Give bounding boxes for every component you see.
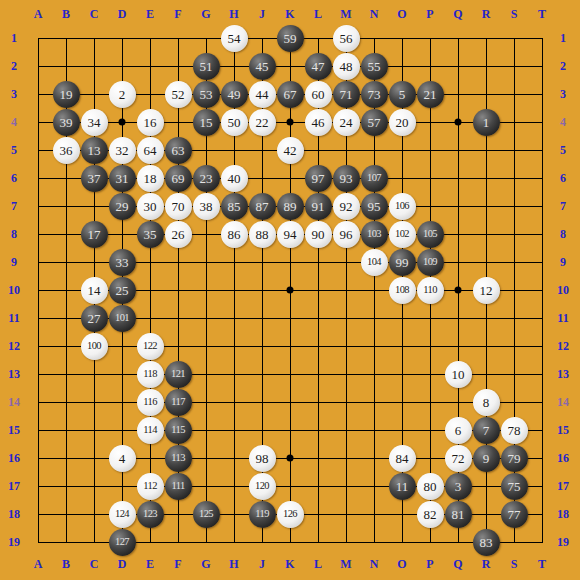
- intersection-M7[interactable]: 92: [332, 192, 360, 220]
- intersection-R2[interactable]: [472, 52, 500, 80]
- intersection-N5[interactable]: [360, 136, 388, 164]
- intersection-G2[interactable]: 51: [192, 52, 220, 80]
- intersection-M17[interactable]: [332, 472, 360, 500]
- intersection-E16[interactable]: [136, 444, 164, 472]
- intersection-C6[interactable]: 37: [80, 164, 108, 192]
- intersection-R9[interactable]: [472, 248, 500, 276]
- intersection-G15[interactable]: [192, 416, 220, 444]
- intersection-P2[interactable]: [416, 52, 444, 80]
- intersection-R14[interactable]: 8: [472, 388, 500, 416]
- intersection-K4[interactable]: [276, 108, 304, 136]
- intersection-O2[interactable]: [388, 52, 416, 80]
- intersection-R6[interactable]: [472, 164, 500, 192]
- intersection-D15[interactable]: [108, 416, 136, 444]
- intersection-O13[interactable]: [388, 360, 416, 388]
- intersection-C1[interactable]: [80, 24, 108, 52]
- intersection-T8[interactable]: [528, 220, 556, 248]
- intersection-M6[interactable]: 93: [332, 164, 360, 192]
- intersection-P8[interactable]: 105: [416, 220, 444, 248]
- intersection-K3[interactable]: 67: [276, 80, 304, 108]
- intersection-G13[interactable]: [192, 360, 220, 388]
- intersection-S19[interactable]: [500, 528, 528, 556]
- intersection-A16[interactable]: [24, 444, 52, 472]
- intersection-L14[interactable]: [304, 388, 332, 416]
- intersection-E8[interactable]: 35: [136, 220, 164, 248]
- intersection-P1[interactable]: [416, 24, 444, 52]
- intersection-E17[interactable]: 112: [136, 472, 164, 500]
- intersection-T10[interactable]: [528, 276, 556, 304]
- intersection-P15[interactable]: [416, 416, 444, 444]
- intersection-R7[interactable]: [472, 192, 500, 220]
- intersection-J13[interactable]: [248, 360, 276, 388]
- intersection-K10[interactable]: [276, 276, 304, 304]
- intersection-T5[interactable]: [528, 136, 556, 164]
- intersection-Q1[interactable]: [444, 24, 472, 52]
- intersection-P5[interactable]: [416, 136, 444, 164]
- intersection-S6[interactable]: [500, 164, 528, 192]
- intersection-C14[interactable]: [80, 388, 108, 416]
- intersection-T17[interactable]: [528, 472, 556, 500]
- intersection-T19[interactable]: [528, 528, 556, 556]
- intersection-O9[interactable]: 99: [388, 248, 416, 276]
- intersection-L6[interactable]: 97: [304, 164, 332, 192]
- intersection-A8[interactable]: [24, 220, 52, 248]
- intersection-M2[interactable]: 48: [332, 52, 360, 80]
- intersection-P4[interactable]: [416, 108, 444, 136]
- intersection-Q2[interactable]: [444, 52, 472, 80]
- intersection-D8[interactable]: [108, 220, 136, 248]
- intersection-M15[interactable]: [332, 416, 360, 444]
- intersection-G9[interactable]: [192, 248, 220, 276]
- intersection-Q5[interactable]: [444, 136, 472, 164]
- intersection-A10[interactable]: [24, 276, 52, 304]
- intersection-K2[interactable]: [276, 52, 304, 80]
- intersection-O7[interactable]: 106: [388, 192, 416, 220]
- intersection-S5[interactable]: [500, 136, 528, 164]
- intersection-Q18[interactable]: 81: [444, 500, 472, 528]
- intersection-H3[interactable]: 49: [220, 80, 248, 108]
- intersection-K18[interactable]: 126: [276, 500, 304, 528]
- intersection-B14[interactable]: [52, 388, 80, 416]
- intersection-B3[interactable]: 19: [52, 80, 80, 108]
- intersection-H8[interactable]: 86: [220, 220, 248, 248]
- intersection-N19[interactable]: [360, 528, 388, 556]
- intersection-N18[interactable]: [360, 500, 388, 528]
- intersection-N12[interactable]: [360, 332, 388, 360]
- intersection-F5[interactable]: 63: [164, 136, 192, 164]
- intersection-P18[interactable]: 82: [416, 500, 444, 528]
- intersection-C16[interactable]: [80, 444, 108, 472]
- intersection-P19[interactable]: [416, 528, 444, 556]
- intersection-L8[interactable]: 90: [304, 220, 332, 248]
- intersection-N13[interactable]: [360, 360, 388, 388]
- intersection-N2[interactable]: 55: [360, 52, 388, 80]
- intersection-G6[interactable]: 23: [192, 164, 220, 192]
- intersection-M3[interactable]: 71: [332, 80, 360, 108]
- intersection-M18[interactable]: [332, 500, 360, 528]
- intersection-T1[interactable]: [528, 24, 556, 52]
- intersection-B9[interactable]: [52, 248, 80, 276]
- intersection-M4[interactable]: 24: [332, 108, 360, 136]
- intersection-K13[interactable]: [276, 360, 304, 388]
- intersection-S2[interactable]: [500, 52, 528, 80]
- intersection-L5[interactable]: [304, 136, 332, 164]
- intersection-L9[interactable]: [304, 248, 332, 276]
- intersection-N6[interactable]: 107: [360, 164, 388, 192]
- intersection-P16[interactable]: [416, 444, 444, 472]
- intersection-A18[interactable]: [24, 500, 52, 528]
- intersection-K14[interactable]: [276, 388, 304, 416]
- intersection-E1[interactable]: [136, 24, 164, 52]
- intersection-S8[interactable]: [500, 220, 528, 248]
- intersection-S13[interactable]: [500, 360, 528, 388]
- intersection-Q3[interactable]: [444, 80, 472, 108]
- intersection-B17[interactable]: [52, 472, 80, 500]
- intersection-R18[interactable]: [472, 500, 500, 528]
- intersection-K12[interactable]: [276, 332, 304, 360]
- intersection-R10[interactable]: 12: [472, 276, 500, 304]
- intersection-M13[interactable]: [332, 360, 360, 388]
- intersection-G10[interactable]: [192, 276, 220, 304]
- intersection-S1[interactable]: [500, 24, 528, 52]
- intersection-Q6[interactable]: [444, 164, 472, 192]
- intersection-R5[interactable]: [472, 136, 500, 164]
- intersection-K8[interactable]: 94: [276, 220, 304, 248]
- intersection-R17[interactable]: [472, 472, 500, 500]
- intersection-P3[interactable]: 21: [416, 80, 444, 108]
- intersection-G5[interactable]: [192, 136, 220, 164]
- intersection-L15[interactable]: [304, 416, 332, 444]
- intersection-J1[interactable]: [248, 24, 276, 52]
- intersection-Q16[interactable]: 72: [444, 444, 472, 472]
- intersection-F9[interactable]: [164, 248, 192, 276]
- intersection-A13[interactable]: [24, 360, 52, 388]
- intersection-F3[interactable]: 52: [164, 80, 192, 108]
- intersection-E6[interactable]: 18: [136, 164, 164, 192]
- intersection-O17[interactable]: 11: [388, 472, 416, 500]
- intersection-C11[interactable]: 27: [80, 304, 108, 332]
- intersection-B15[interactable]: [52, 416, 80, 444]
- intersection-T2[interactable]: [528, 52, 556, 80]
- intersection-N4[interactable]: 57: [360, 108, 388, 136]
- intersection-D10[interactable]: 25: [108, 276, 136, 304]
- intersection-L13[interactable]: [304, 360, 332, 388]
- intersection-J12[interactable]: [248, 332, 276, 360]
- intersection-L16[interactable]: [304, 444, 332, 472]
- intersection-D13[interactable]: [108, 360, 136, 388]
- intersection-G1[interactable]: [192, 24, 220, 52]
- intersection-O3[interactable]: 5: [388, 80, 416, 108]
- intersection-A11[interactable]: [24, 304, 52, 332]
- intersection-P13[interactable]: [416, 360, 444, 388]
- intersection-B5[interactable]: 36: [52, 136, 80, 164]
- intersection-A2[interactable]: [24, 52, 52, 80]
- intersection-Q12[interactable]: [444, 332, 472, 360]
- intersection-D7[interactable]: 29: [108, 192, 136, 220]
- intersection-H9[interactable]: [220, 248, 248, 276]
- intersection-A3[interactable]: [24, 80, 52, 108]
- intersection-T13[interactable]: [528, 360, 556, 388]
- intersection-S16[interactable]: 79: [500, 444, 528, 472]
- intersection-N7[interactable]: 95: [360, 192, 388, 220]
- intersection-L10[interactable]: [304, 276, 332, 304]
- intersection-F11[interactable]: [164, 304, 192, 332]
- intersection-O14[interactable]: [388, 388, 416, 416]
- intersection-H5[interactable]: [220, 136, 248, 164]
- intersection-R16[interactable]: 9: [472, 444, 500, 472]
- intersection-S7[interactable]: [500, 192, 528, 220]
- intersection-E5[interactable]: 64: [136, 136, 164, 164]
- intersection-H13[interactable]: [220, 360, 248, 388]
- intersection-C10[interactable]: 14: [80, 276, 108, 304]
- intersection-K17[interactable]: [276, 472, 304, 500]
- intersection-B7[interactable]: [52, 192, 80, 220]
- intersection-T9[interactable]: [528, 248, 556, 276]
- intersection-D4[interactable]: [108, 108, 136, 136]
- intersection-Q13[interactable]: 10: [444, 360, 472, 388]
- intersection-O4[interactable]: 20: [388, 108, 416, 136]
- intersection-P12[interactable]: [416, 332, 444, 360]
- intersection-H4[interactable]: 50: [220, 108, 248, 136]
- intersection-Q9[interactable]: [444, 248, 472, 276]
- intersection-G12[interactable]: [192, 332, 220, 360]
- intersection-L4[interactable]: 46: [304, 108, 332, 136]
- intersection-Q17[interactable]: 3: [444, 472, 472, 500]
- intersection-M11[interactable]: [332, 304, 360, 332]
- intersection-A14[interactable]: [24, 388, 52, 416]
- intersection-C17[interactable]: [80, 472, 108, 500]
- intersection-F1[interactable]: [164, 24, 192, 52]
- intersection-A7[interactable]: [24, 192, 52, 220]
- intersection-C12[interactable]: 100: [80, 332, 108, 360]
- goban[interactable]: 5459565145474855192525349446760717352139…: [24, 24, 556, 556]
- intersection-S14[interactable]: [500, 388, 528, 416]
- intersection-E13[interactable]: 118: [136, 360, 164, 388]
- intersection-B11[interactable]: [52, 304, 80, 332]
- intersection-O15[interactable]: [388, 416, 416, 444]
- intersection-D2[interactable]: [108, 52, 136, 80]
- intersection-B18[interactable]: [52, 500, 80, 528]
- intersection-E9[interactable]: [136, 248, 164, 276]
- intersection-N1[interactable]: [360, 24, 388, 52]
- intersection-O16[interactable]: 84: [388, 444, 416, 472]
- intersection-D1[interactable]: [108, 24, 136, 52]
- intersection-B6[interactable]: [52, 164, 80, 192]
- intersection-C9[interactable]: [80, 248, 108, 276]
- intersection-R3[interactable]: [472, 80, 500, 108]
- intersection-M1[interactable]: 56: [332, 24, 360, 52]
- intersection-A4[interactable]: [24, 108, 52, 136]
- intersection-C18[interactable]: [80, 500, 108, 528]
- intersection-C13[interactable]: [80, 360, 108, 388]
- intersection-J2[interactable]: 45: [248, 52, 276, 80]
- intersection-Q14[interactable]: [444, 388, 472, 416]
- intersection-J10[interactable]: [248, 276, 276, 304]
- intersection-T4[interactable]: [528, 108, 556, 136]
- intersection-K16[interactable]: [276, 444, 304, 472]
- intersection-Q11[interactable]: [444, 304, 472, 332]
- intersection-L7[interactable]: 91: [304, 192, 332, 220]
- intersection-G3[interactable]: 53: [192, 80, 220, 108]
- intersection-R19[interactable]: 83: [472, 528, 500, 556]
- intersection-D5[interactable]: 32: [108, 136, 136, 164]
- intersection-P14[interactable]: [416, 388, 444, 416]
- intersection-A12[interactable]: [24, 332, 52, 360]
- intersection-D18[interactable]: 124: [108, 500, 136, 528]
- intersection-G14[interactable]: [192, 388, 220, 416]
- intersection-G18[interactable]: 125: [192, 500, 220, 528]
- intersection-P10[interactable]: 110: [416, 276, 444, 304]
- intersection-D11[interactable]: 101: [108, 304, 136, 332]
- intersection-H15[interactable]: [220, 416, 248, 444]
- intersection-S12[interactable]: [500, 332, 528, 360]
- intersection-J15[interactable]: [248, 416, 276, 444]
- intersection-D9[interactable]: 33: [108, 248, 136, 276]
- intersection-R8[interactable]: [472, 220, 500, 248]
- intersection-Q19[interactable]: [444, 528, 472, 556]
- intersection-B4[interactable]: 39: [52, 108, 80, 136]
- intersection-L1[interactable]: [304, 24, 332, 52]
- intersection-K11[interactable]: [276, 304, 304, 332]
- intersection-S3[interactable]: [500, 80, 528, 108]
- intersection-F18[interactable]: [164, 500, 192, 528]
- intersection-B13[interactable]: [52, 360, 80, 388]
- intersection-T15[interactable]: [528, 416, 556, 444]
- intersection-M10[interactable]: [332, 276, 360, 304]
- intersection-G4[interactable]: 15: [192, 108, 220, 136]
- intersection-K7[interactable]: 89: [276, 192, 304, 220]
- intersection-B10[interactable]: [52, 276, 80, 304]
- intersection-Q4[interactable]: [444, 108, 472, 136]
- intersection-H6[interactable]: 40: [220, 164, 248, 192]
- intersection-E12[interactable]: 122: [136, 332, 164, 360]
- intersection-F4[interactable]: [164, 108, 192, 136]
- intersection-K1[interactable]: 59: [276, 24, 304, 52]
- intersection-K9[interactable]: [276, 248, 304, 276]
- intersection-B2[interactable]: [52, 52, 80, 80]
- intersection-R11[interactable]: [472, 304, 500, 332]
- intersection-M9[interactable]: [332, 248, 360, 276]
- intersection-J5[interactable]: [248, 136, 276, 164]
- intersection-F2[interactable]: [164, 52, 192, 80]
- intersection-H17[interactable]: [220, 472, 248, 500]
- intersection-J17[interactable]: 120: [248, 472, 276, 500]
- intersection-G7[interactable]: 38: [192, 192, 220, 220]
- intersection-C7[interactable]: [80, 192, 108, 220]
- intersection-P17[interactable]: 80: [416, 472, 444, 500]
- intersection-C5[interactable]: 13: [80, 136, 108, 164]
- intersection-E19[interactable]: [136, 528, 164, 556]
- intersection-D19[interactable]: 127: [108, 528, 136, 556]
- intersection-S4[interactable]: [500, 108, 528, 136]
- intersection-N10[interactable]: [360, 276, 388, 304]
- intersection-F13[interactable]: 121: [164, 360, 192, 388]
- intersection-G19[interactable]: [192, 528, 220, 556]
- intersection-O6[interactable]: [388, 164, 416, 192]
- intersection-C19[interactable]: [80, 528, 108, 556]
- intersection-H2[interactable]: [220, 52, 248, 80]
- intersection-J14[interactable]: [248, 388, 276, 416]
- intersection-F19[interactable]: [164, 528, 192, 556]
- intersection-J9[interactable]: [248, 248, 276, 276]
- intersection-J3[interactable]: 44: [248, 80, 276, 108]
- intersection-S15[interactable]: 78: [500, 416, 528, 444]
- intersection-M12[interactable]: [332, 332, 360, 360]
- intersection-G17[interactable]: [192, 472, 220, 500]
- intersection-B8[interactable]: [52, 220, 80, 248]
- intersection-R12[interactable]: [472, 332, 500, 360]
- intersection-E14[interactable]: 116: [136, 388, 164, 416]
- intersection-N11[interactable]: [360, 304, 388, 332]
- intersection-G8[interactable]: [192, 220, 220, 248]
- intersection-B19[interactable]: [52, 528, 80, 556]
- intersection-M8[interactable]: 96: [332, 220, 360, 248]
- intersection-Q10[interactable]: [444, 276, 472, 304]
- intersection-F14[interactable]: 117: [164, 388, 192, 416]
- intersection-D12[interactable]: [108, 332, 136, 360]
- intersection-C15[interactable]: [80, 416, 108, 444]
- intersection-K19[interactable]: [276, 528, 304, 556]
- intersection-T3[interactable]: [528, 80, 556, 108]
- intersection-A1[interactable]: [24, 24, 52, 52]
- intersection-Q7[interactable]: [444, 192, 472, 220]
- intersection-M14[interactable]: [332, 388, 360, 416]
- intersection-H19[interactable]: [220, 528, 248, 556]
- intersection-T16[interactable]: [528, 444, 556, 472]
- intersection-A6[interactable]: [24, 164, 52, 192]
- intersection-O8[interactable]: 102: [388, 220, 416, 248]
- intersection-L3[interactable]: 60: [304, 80, 332, 108]
- intersection-F7[interactable]: 70: [164, 192, 192, 220]
- intersection-O18[interactable]: [388, 500, 416, 528]
- intersection-F16[interactable]: 113: [164, 444, 192, 472]
- intersection-S11[interactable]: [500, 304, 528, 332]
- intersection-N17[interactable]: [360, 472, 388, 500]
- intersection-R13[interactable]: [472, 360, 500, 388]
- intersection-L12[interactable]: [304, 332, 332, 360]
- intersection-E3[interactable]: [136, 80, 164, 108]
- intersection-M19[interactable]: [332, 528, 360, 556]
- intersection-R15[interactable]: 7: [472, 416, 500, 444]
- intersection-S17[interactable]: 75: [500, 472, 528, 500]
- intersection-S18[interactable]: 77: [500, 500, 528, 528]
- intersection-H1[interactable]: 54: [220, 24, 248, 52]
- intersection-A19[interactable]: [24, 528, 52, 556]
- intersection-T11[interactable]: [528, 304, 556, 332]
- intersection-N8[interactable]: 103: [360, 220, 388, 248]
- intersection-R4[interactable]: 1: [472, 108, 500, 136]
- intersection-O1[interactable]: [388, 24, 416, 52]
- intersection-L18[interactable]: [304, 500, 332, 528]
- intersection-H11[interactable]: [220, 304, 248, 332]
- intersection-N15[interactable]: [360, 416, 388, 444]
- intersection-T12[interactable]: [528, 332, 556, 360]
- intersection-J19[interactable]: [248, 528, 276, 556]
- intersection-J16[interactable]: 98: [248, 444, 276, 472]
- intersection-N14[interactable]: [360, 388, 388, 416]
- intersection-O12[interactable]: [388, 332, 416, 360]
- intersection-D6[interactable]: 31: [108, 164, 136, 192]
- intersection-D14[interactable]: [108, 388, 136, 416]
- intersection-K5[interactable]: 42: [276, 136, 304, 164]
- intersection-A9[interactable]: [24, 248, 52, 276]
- intersection-M5[interactable]: [332, 136, 360, 164]
- intersection-N3[interactable]: 73: [360, 80, 388, 108]
- intersection-C8[interactable]: 17: [80, 220, 108, 248]
- intersection-G16[interactable]: [192, 444, 220, 472]
- intersection-L19[interactable]: [304, 528, 332, 556]
- intersection-F12[interactable]: [164, 332, 192, 360]
